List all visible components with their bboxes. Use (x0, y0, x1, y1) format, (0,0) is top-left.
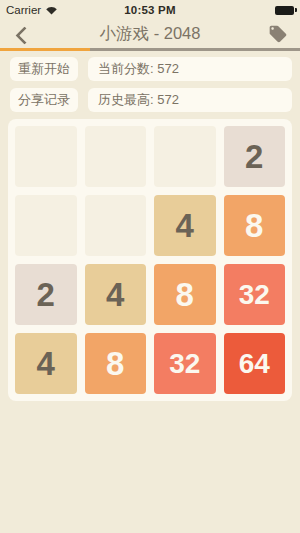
best-score-bar: 历史最高: 572 (88, 88, 292, 112)
tile-8-r4c2: 8 (85, 333, 147, 394)
tile-2-r3c1: 2 (15, 264, 77, 325)
carrier-label: Carrier (6, 4, 41, 16)
app-screen: Carrier 10:53 PM 小游戏 - 2048 (0, 0, 300, 533)
board[interactable]: 24824832483264 (8, 119, 292, 401)
progress-fill (0, 48, 90, 51)
tile-64-r4c4: 64 (224, 333, 286, 394)
tag-icon (268, 24, 288, 44)
empty-cell-r2c1 (15, 195, 77, 256)
tile-32-r3c4: 32 (224, 264, 286, 325)
restart-button[interactable]: 重新开始 (10, 57, 78, 81)
tile-32-r4c3: 32 (154, 333, 216, 394)
tile-4-r2c3: 4 (154, 195, 216, 256)
time-label: 10:53 PM (96, 4, 204, 16)
empty-cell-r1c2 (85, 126, 147, 187)
empty-cell-r1c1 (15, 126, 77, 187)
back-button[interactable] (14, 26, 32, 44)
empty-cell-r2c2 (85, 195, 147, 256)
chevron-left-icon (15, 26, 33, 44)
progress-bar (0, 48, 300, 51)
current-score-bar: 当前分数: 572 (88, 57, 292, 81)
tile-8-r3c3: 8 (154, 264, 216, 325)
status-bar: Carrier 10:53 PM (0, 0, 300, 20)
controls: 重新开始 当前分数: 572 分享记录 历史最高: 572 (10, 57, 292, 112)
tile-4-r4c1: 4 (15, 333, 77, 394)
tile-8-r2c4: 8 (224, 195, 286, 256)
tile-2-r1c4: 2 (224, 126, 286, 187)
page-title: 小游戏 - 2048 (40, 23, 260, 45)
progress-track (90, 48, 300, 51)
nav-bar: 小游戏 - 2048 (0, 20, 300, 48)
share-button[interactable]: 分享记录 (10, 88, 78, 112)
tag-button[interactable] (268, 24, 288, 44)
empty-cell-r1c3 (154, 126, 216, 187)
wifi-icon (45, 5, 58, 15)
tile-4-r3c2: 4 (85, 264, 147, 325)
battery-icon (275, 6, 294, 15)
